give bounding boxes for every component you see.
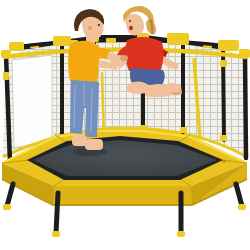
girl-far-hand	[172, 63, 179, 70]
corner-connector	[167, 33, 189, 45]
trampoline-scene	[0, 0, 250, 250]
leg-foot-cap	[238, 204, 246, 210]
pole-base	[220, 135, 227, 141]
girl-eye	[129, 20, 131, 22]
girl-shirt	[125, 37, 163, 72]
rail-sleeve	[106, 38, 116, 43]
leg	[56, 193, 58, 233]
boy-foot	[72, 135, 87, 146]
girl-open-mouth	[129, 26, 133, 31]
boy-foot	[85, 139, 103, 150]
corner-connector	[239, 49, 250, 58]
corner-connector	[53, 36, 71, 46]
pole-base	[180, 127, 187, 133]
corner-connector	[218, 40, 239, 51]
leg-foot-cap	[3, 204, 11, 210]
leg-foot-cap	[177, 231, 185, 237]
boy-ear	[88, 26, 92, 30]
pole-tape-band	[220, 60, 227, 67]
net-pole	[245, 56, 246, 158]
leg-foot-cap	[52, 231, 60, 237]
pole-tape-band	[3, 72, 9, 80]
product-photo: Product photo on a white background: a y…	[0, 0, 250, 250]
corner-connector	[1, 50, 11, 58]
corner-connector	[9, 42, 24, 51]
pad-rivet	[222, 159, 225, 162]
net-bright-panel	[12, 55, 52, 148]
boy-eye	[98, 24, 100, 26]
clasped-hands-shade	[120, 55, 128, 61]
